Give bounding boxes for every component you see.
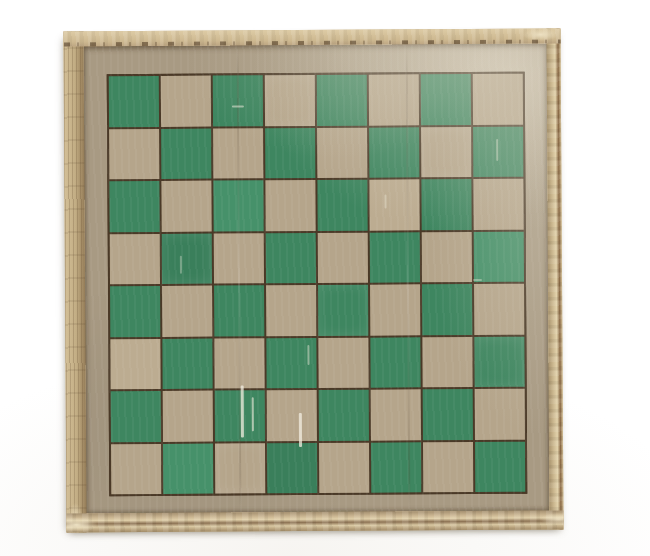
- board-frame-top: [63, 28, 560, 46]
- square-h6: [473, 179, 523, 230]
- square-h4: [474, 284, 524, 335]
- board-frame-left: [63, 31, 86, 532]
- square-b4: [162, 286, 212, 337]
- square-f8: [369, 74, 419, 125]
- board-frame-bottom: [66, 510, 563, 532]
- square-a6: [109, 181, 159, 232]
- square-h5: [474, 231, 524, 282]
- board-frame-right: [546, 28, 563, 529]
- square-h2: [475, 389, 525, 440]
- square-b8: [161, 76, 211, 127]
- square-d7: [265, 127, 315, 178]
- square-g4: [422, 284, 472, 335]
- square-c4: [214, 285, 264, 336]
- square-e6: [317, 180, 367, 231]
- square-e1: [319, 442, 369, 493]
- square-f5: [370, 232, 420, 283]
- square-a4: [110, 286, 160, 337]
- square-d5: [266, 232, 316, 283]
- photo-background: [0, 0, 650, 556]
- square-e7: [317, 127, 367, 178]
- square-b2: [163, 391, 213, 442]
- square-h1: [475, 441, 525, 492]
- checker-grid: [107, 72, 528, 497]
- square-h3: [474, 336, 524, 387]
- square-d4: [266, 285, 316, 336]
- board-surface: [84, 44, 550, 514]
- square-d3: [266, 337, 316, 388]
- square-e8: [317, 75, 367, 126]
- square-g1: [423, 442, 473, 493]
- square-h8: [473, 74, 523, 125]
- square-d6: [265, 180, 315, 231]
- square-c1: [215, 443, 265, 494]
- square-f4: [370, 284, 420, 335]
- square-b5: [162, 233, 212, 284]
- checkerboard: [63, 28, 563, 532]
- square-d8: [265, 75, 315, 126]
- square-c6: [213, 180, 263, 231]
- square-e2: [319, 390, 369, 441]
- square-e3: [318, 337, 368, 388]
- square-d2: [267, 390, 317, 441]
- square-a3: [110, 338, 160, 389]
- square-g5: [422, 232, 472, 283]
- square-c3: [214, 338, 264, 389]
- square-f2: [371, 389, 421, 440]
- square-b3: [162, 338, 212, 389]
- square-g7: [421, 127, 471, 178]
- square-g8: [421, 74, 471, 125]
- square-a7: [109, 128, 159, 179]
- square-d1: [267, 442, 317, 493]
- square-g6: [421, 179, 471, 230]
- square-e4: [318, 285, 368, 336]
- square-c7: [213, 128, 263, 179]
- square-f3: [370, 337, 420, 388]
- square-b6: [161, 181, 211, 232]
- square-c8: [213, 75, 263, 126]
- square-a8: [109, 76, 159, 127]
- square-a5: [110, 233, 160, 284]
- square-b7: [161, 128, 211, 179]
- square-c2: [215, 390, 265, 441]
- square-c5: [214, 233, 264, 284]
- square-f7: [369, 127, 419, 178]
- square-a1: [111, 443, 161, 494]
- square-h7: [473, 126, 523, 177]
- square-a2: [111, 391, 161, 442]
- square-e5: [318, 232, 368, 283]
- square-b1: [163, 443, 213, 494]
- square-g3: [422, 337, 472, 388]
- square-f1: [371, 442, 421, 493]
- square-g2: [423, 389, 473, 440]
- square-f6: [369, 179, 419, 230]
